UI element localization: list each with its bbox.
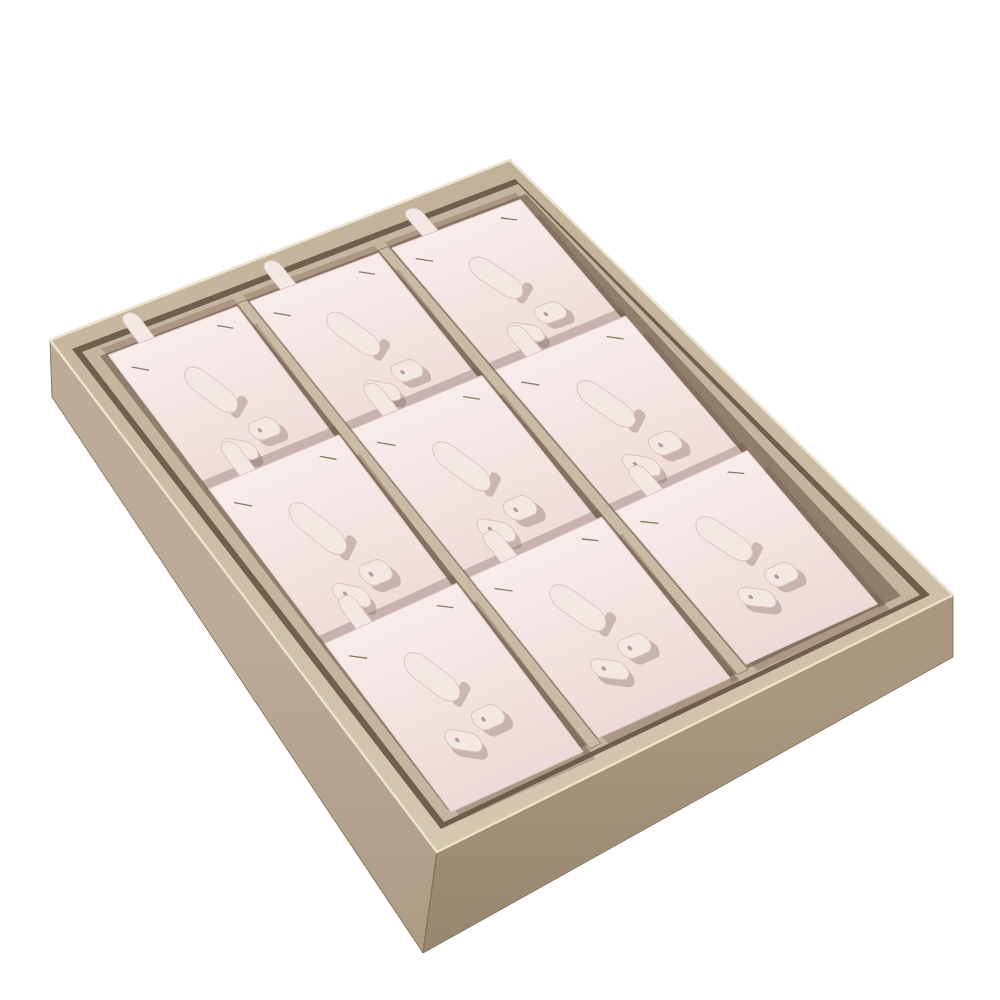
jewelry-tray-photo bbox=[0, 0, 1000, 1000]
product-photo bbox=[0, 0, 1000, 1000]
